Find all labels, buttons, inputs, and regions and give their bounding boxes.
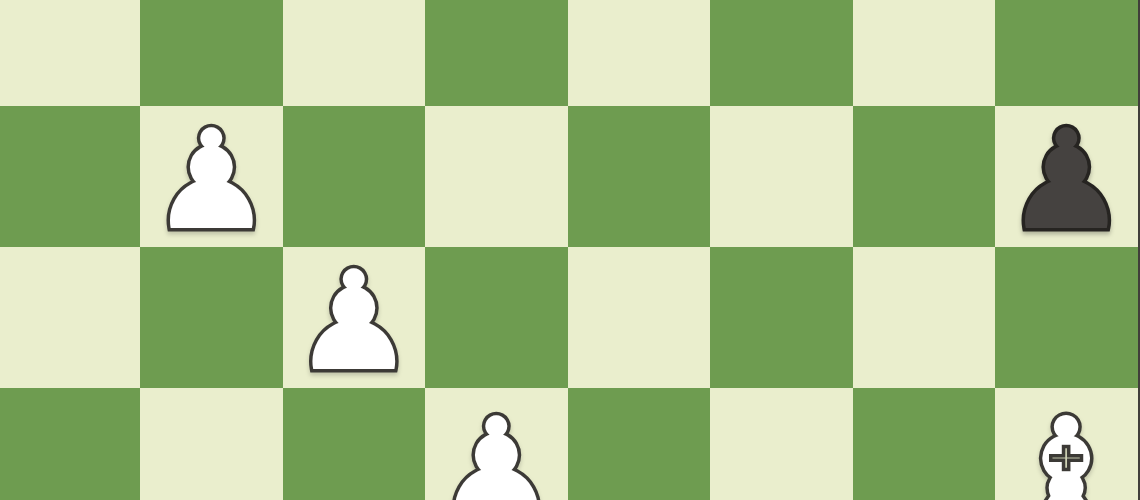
- square-e8[interactable]: [568, 0, 711, 106]
- square-g8[interactable]: [853, 0, 996, 106]
- square-f8[interactable]: [710, 0, 853, 106]
- chessboard-viewport: ♟♟♟♟♝: [0, 0, 1140, 500]
- square-g5[interactable]: [853, 388, 996, 500]
- square-d5[interactable]: ♟: [425, 388, 568, 500]
- square-g7[interactable]: [853, 106, 996, 247]
- square-c6[interactable]: ♟: [283, 247, 426, 388]
- square-a5[interactable]: [0, 388, 140, 500]
- square-b8[interactable]: [140, 0, 283, 106]
- white-pawn-b7[interactable]: ♟: [149, 112, 273, 250]
- square-c8[interactable]: [283, 0, 426, 106]
- white-pawn-c6[interactable]: ♟: [292, 253, 416, 391]
- square-e7[interactable]: [568, 106, 711, 247]
- square-h7[interactable]: ♟: [995, 106, 1138, 247]
- square-e5[interactable]: [568, 388, 711, 500]
- square-e6[interactable]: [568, 247, 711, 388]
- square-c5[interactable]: [283, 388, 426, 500]
- square-a7[interactable]: [0, 106, 140, 247]
- square-d7[interactable]: [425, 106, 568, 247]
- square-f5[interactable]: [710, 388, 853, 500]
- square-f7[interactable]: [710, 106, 853, 247]
- white-bishop-h5[interactable]: ♝: [998, 398, 1134, 500]
- square-b5[interactable]: [140, 388, 283, 500]
- square-a8[interactable]: [0, 0, 140, 106]
- white-pawn-d5[interactable]: ♟: [434, 400, 558, 500]
- square-b7[interactable]: ♟: [140, 106, 283, 247]
- square-b6[interactable]: [140, 247, 283, 388]
- square-h6[interactable]: [995, 247, 1138, 388]
- square-a6[interactable]: [0, 247, 140, 388]
- square-c7[interactable]: [283, 106, 426, 247]
- square-f6[interactable]: [710, 247, 853, 388]
- square-d8[interactable]: [425, 0, 568, 106]
- square-h5[interactable]: ♝: [995, 388, 1138, 500]
- square-g6[interactable]: [853, 247, 996, 388]
- square-d6[interactable]: [425, 247, 568, 388]
- square-h8[interactable]: [995, 0, 1138, 106]
- chessboard: ♟♟♟♟♝: [0, 0, 1138, 500]
- black-pawn-h7[interactable]: ♟: [1004, 112, 1128, 250]
